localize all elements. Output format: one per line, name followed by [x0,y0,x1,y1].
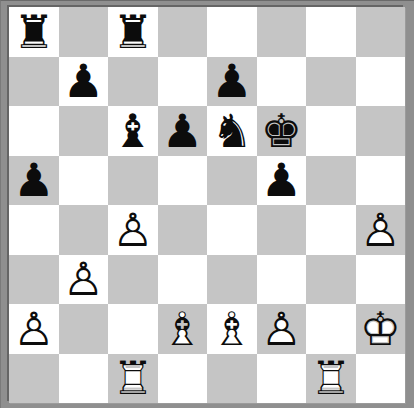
piece-white-pawn[interactable]: ♟♙ [108,205,158,255]
square-f2[interactable]: ♟♙ [257,304,307,354]
piece-black-pawn[interactable]: ♟ [9,156,59,206]
square-b8[interactable] [59,7,109,57]
piece-glyph: ♙ [9,304,59,354]
piece-glyph: ♙ [59,255,109,305]
square-e2[interactable]: ♝♗ [207,304,257,354]
piece-black-pawn[interactable]: ♟ [59,57,109,107]
square-b6[interactable] [59,106,109,156]
square-f3[interactable] [257,255,307,305]
square-e1[interactable] [207,354,257,404]
piece-black-pawn[interactable]: ♟ [207,57,257,107]
square-e8[interactable] [207,7,257,57]
square-g5[interactable] [306,156,356,206]
square-a4[interactable] [9,205,59,255]
piece-black-pawn[interactable]: ♟ [158,106,208,156]
square-d1[interactable] [158,354,208,404]
square-f5[interactable]: ♟ [257,156,307,206]
piece-black-pawn[interactable]: ♟ [257,156,307,206]
piece-glyph: ♟ [59,57,109,107]
square-a1[interactable] [9,354,59,404]
piece-black-rook[interactable]: ♜ [9,7,59,57]
piece-white-pawn[interactable]: ♟♙ [59,255,109,305]
square-g3[interactable] [306,255,356,305]
square-a3[interactable] [9,255,59,305]
square-e4[interactable] [207,205,257,255]
chess-board: ♜♜♟♟♝♟♞♚♟♟♟♙♟♙♟♙♟♙♝♗♝♗♟♙♚♔♜♖♜♖ [9,7,405,403]
piece-white-pawn[interactable]: ♟♙ [257,304,307,354]
piece-white-pawn[interactable]: ♟♙ [9,304,59,354]
square-f1[interactable] [257,354,307,404]
piece-glyph: ♟ [158,106,208,156]
square-a2[interactable]: ♟♙ [9,304,59,354]
square-g8[interactable] [306,7,356,57]
square-b5[interactable] [59,156,109,206]
square-e5[interactable] [207,156,257,206]
square-a8[interactable]: ♜ [9,7,59,57]
chess-board-frame: ♜♜♟♟♝♟♞♚♟♟♟♙♟♙♟♙♟♙♝♗♝♗♟♙♚♔♜♖♜♖ [0,0,414,408]
square-h3[interactable] [356,255,406,305]
square-f7[interactable] [257,57,307,107]
square-d3[interactable] [158,255,208,305]
square-h6[interactable] [356,106,406,156]
square-e7[interactable]: ♟ [207,57,257,107]
piece-glyph: ♙ [108,205,158,255]
square-b2[interactable] [59,304,109,354]
piece-white-rook[interactable]: ♜♖ [306,354,356,404]
piece-glyph: ♚ [257,106,307,156]
piece-glyph: ♟ [257,156,307,206]
square-g6[interactable] [306,106,356,156]
square-h4[interactable]: ♟♙ [356,205,406,255]
square-b1[interactable] [59,354,109,404]
piece-black-king[interactable]: ♚ [257,106,307,156]
piece-glyph: ♜ [108,7,158,57]
square-d8[interactable] [158,7,208,57]
square-b7[interactable]: ♟ [59,57,109,107]
piece-black-rook[interactable]: ♜ [108,7,158,57]
piece-white-rook[interactable]: ♜♖ [108,354,158,404]
square-d4[interactable] [158,205,208,255]
piece-white-king[interactable]: ♚♔ [356,304,406,354]
square-c5[interactable] [108,156,158,206]
square-c8[interactable]: ♜ [108,7,158,57]
square-f8[interactable] [257,7,307,57]
square-e6[interactable]: ♞ [207,106,257,156]
square-a5[interactable]: ♟ [9,156,59,206]
piece-black-bishop[interactable]: ♝ [108,106,158,156]
square-b3[interactable]: ♟♙ [59,255,109,305]
square-d2[interactable]: ♝♗ [158,304,208,354]
piece-glyph: ♖ [306,354,356,404]
piece-white-pawn[interactable]: ♟♙ [356,205,406,255]
piece-glyph: ♗ [207,304,257,354]
piece-glyph: ♙ [356,205,406,255]
piece-glyph: ♔ [356,304,406,354]
square-d5[interactable] [158,156,208,206]
piece-glyph: ♙ [257,304,307,354]
square-c1[interactable]: ♜♖ [108,354,158,404]
square-f6[interactable]: ♚ [257,106,307,156]
piece-black-knight[interactable]: ♞ [207,106,257,156]
square-g2[interactable] [306,304,356,354]
square-g7[interactable] [306,57,356,107]
square-e3[interactable] [207,255,257,305]
square-h5[interactable] [356,156,406,206]
square-g4[interactable] [306,205,356,255]
square-d6[interactable]: ♟ [158,106,208,156]
piece-white-bishop[interactable]: ♝♗ [158,304,208,354]
square-h7[interactable] [356,57,406,107]
square-c7[interactable] [108,57,158,107]
square-d7[interactable] [158,57,208,107]
square-b4[interactable] [59,205,109,255]
square-c4[interactable]: ♟♙ [108,205,158,255]
square-g1[interactable]: ♜♖ [306,354,356,404]
piece-glyph: ♝ [108,106,158,156]
piece-glyph: ♗ [158,304,208,354]
square-c3[interactable] [108,255,158,305]
piece-glyph: ♖ [108,354,158,404]
square-a7[interactable] [9,57,59,107]
square-h8[interactable] [356,7,406,57]
piece-glyph: ♜ [9,7,59,57]
square-f4[interactable] [257,205,307,255]
square-h2[interactable]: ♚♔ [356,304,406,354]
piece-glyph: ♞ [207,106,257,156]
piece-white-bishop[interactable]: ♝♗ [207,304,257,354]
piece-glyph: ♟ [207,57,257,107]
square-h1[interactable] [356,354,406,404]
piece-glyph: ♟ [9,156,59,206]
square-a6[interactable] [9,106,59,156]
square-c2[interactable] [108,304,158,354]
square-c6[interactable]: ♝ [108,106,158,156]
